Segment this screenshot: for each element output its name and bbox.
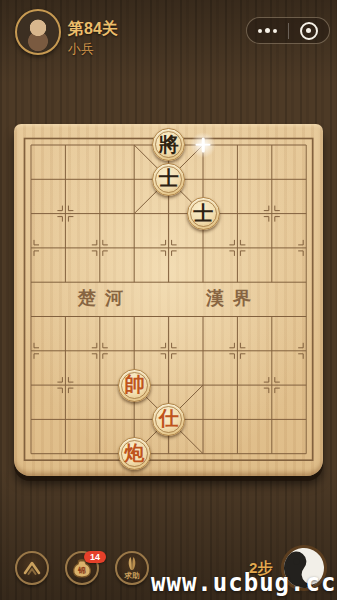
avatar[interactable] <box>15 9 61 55</box>
piece-red-general[interactable]: 帥 <box>118 369 151 402</box>
piece-glyph: 帥 <box>124 374 144 394</box>
piece-glyph: 將 <box>159 134 179 154</box>
piece-glyph: 仕 <box>159 408 179 428</box>
hint-count-badge: 14 <box>84 551 106 563</box>
level-title: 第84关 <box>68 19 118 40</box>
more-icon <box>258 29 262 33</box>
praying-hands-icon <box>123 556 141 571</box>
help-button[interactable]: 求助 <box>115 551 149 585</box>
more-button[interactable] <box>247 18 288 43</box>
app-screen: 第84关 小兵 楚河 漢界 將士士帥仕炮 锦 14 <box>0 0 337 600</box>
miniprogram-capsule <box>246 17 330 44</box>
piece-red-cannon[interactable]: 炮 <box>118 437 151 470</box>
piece-black-advisor[interactable]: 士 <box>152 163 185 196</box>
watermark: www.ucbug.cc <box>151 569 336 597</box>
piece-red-advisor[interactable]: 仕 <box>152 403 185 436</box>
close-button[interactable] <box>289 18 330 43</box>
xiangqi-board: 楚河 漢界 將士士帥仕炮 <box>14 124 323 476</box>
chevron-up-icon <box>21 558 43 578</box>
circle-dot-icon <box>300 22 318 40</box>
more-icon <box>273 29 277 33</box>
piece-black-general[interactable]: 將 <box>152 128 185 161</box>
piece-glyph: 士 <box>193 203 213 223</box>
piece-glyph: 炮 <box>124 443 144 463</box>
more-icon <box>265 28 270 33</box>
help-label: 求助 <box>125 572 140 580</box>
piece-glyph: 士 <box>159 168 179 188</box>
board-pieces-grid: 將士士帥仕炮 <box>14 128 324 471</box>
last-move-sparkle <box>195 137 211 153</box>
collapse-button[interactable] <box>15 551 49 585</box>
svg-text:锦: 锦 <box>77 566 86 575</box>
piece-black-advisor[interactable]: 士 <box>187 197 220 230</box>
rank-label: 小兵 <box>68 40 94 58</box>
